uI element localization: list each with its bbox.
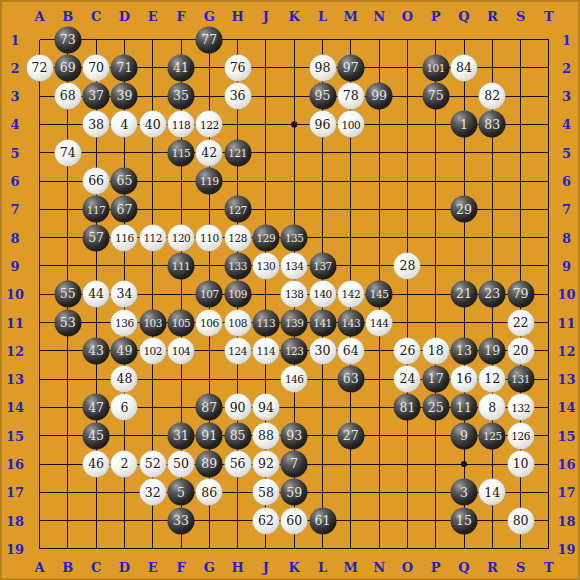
- stone-L18[interactable]: 61: [309, 507, 336, 534]
- stone-C15[interactable]: 45: [83, 422, 110, 449]
- move-number: 123: [285, 346, 304, 357]
- row-label-right-18: 18: [557, 514, 575, 527]
- stone-K10[interactable]: 138: [281, 281, 308, 308]
- move-number: 58: [258, 486, 274, 499]
- stone-M4[interactable]: 100: [337, 111, 364, 138]
- stone-A2[interactable]: 72: [26, 54, 53, 81]
- stone-C14[interactable]: 47: [83, 394, 110, 421]
- star-point-Q16: [461, 461, 467, 467]
- move-number: 78: [343, 90, 359, 103]
- stone-J11[interactable]: 113: [252, 309, 279, 336]
- row-label-right-1: 1: [562, 33, 571, 46]
- stone-Q15[interactable]: 9: [451, 422, 478, 449]
- stone-C16[interactable]: 46: [83, 451, 110, 478]
- stone-K9[interactable]: 134: [281, 252, 308, 279]
- move-number: 120: [172, 232, 191, 243]
- move-number: 108: [228, 317, 247, 328]
- stone-F12[interactable]: 104: [168, 337, 195, 364]
- stone-M2[interactable]: 97: [337, 54, 364, 81]
- move-number: 2: [120, 458, 128, 471]
- stone-D2[interactable]: 71: [111, 54, 138, 81]
- stone-R15[interactable]: 125: [479, 422, 506, 449]
- move-number: 88: [258, 429, 274, 442]
- move-number: 33: [173, 514, 189, 527]
- stone-F2[interactable]: 41: [168, 54, 195, 81]
- stone-Q18[interactable]: 15: [451, 507, 478, 534]
- stone-R10[interactable]: 23: [479, 281, 506, 308]
- move-number: 49: [116, 345, 132, 358]
- move-number: 18: [428, 345, 444, 358]
- stone-H15[interactable]: 85: [224, 422, 251, 449]
- move-number: 118: [172, 119, 191, 130]
- stone-H9[interactable]: 133: [224, 252, 251, 279]
- row-label-left-4: 4: [10, 118, 19, 131]
- row-label-left-9: 9: [10, 259, 19, 272]
- col-label-bottom-S: S: [516, 561, 525, 574]
- move-number: 27: [343, 429, 359, 442]
- move-number: 131: [511, 374, 530, 385]
- row-label-left-7: 7: [10, 203, 19, 216]
- move-number: 101: [426, 63, 445, 74]
- move-number: 53: [60, 316, 76, 329]
- row-label-left-15: 15: [6, 429, 24, 442]
- stone-E8[interactable]: 112: [139, 224, 166, 251]
- col-label-bottom-F: F: [176, 561, 185, 574]
- move-number: 76: [230, 62, 246, 75]
- stone-J17[interactable]: 58: [252, 479, 279, 506]
- stone-C12[interactable]: 43: [83, 337, 110, 364]
- stone-L10[interactable]: 140: [309, 281, 336, 308]
- move-number: 138: [285, 289, 304, 300]
- move-number: 115: [172, 147, 191, 158]
- move-number: 110: [200, 232, 219, 243]
- stone-H14[interactable]: 90: [224, 394, 251, 421]
- move-number: 119: [200, 176, 219, 187]
- move-number: 6: [120, 401, 128, 414]
- stone-F8[interactable]: 120: [168, 224, 195, 251]
- move-number: 91: [201, 429, 217, 442]
- row-label-right-6: 6: [562, 175, 571, 188]
- move-number: 13: [456, 345, 472, 358]
- stone-G8[interactable]: 110: [196, 224, 223, 251]
- stone-S15[interactable]: 126: [507, 422, 534, 449]
- col-label-bottom-T: T: [544, 561, 554, 574]
- move-number: 25: [428, 401, 444, 414]
- row-label-left-2: 2: [10, 61, 19, 74]
- stone-F9[interactable]: 111: [168, 252, 195, 279]
- move-number: 82: [484, 90, 500, 103]
- stone-H16[interactable]: 56: [224, 451, 251, 478]
- stone-K11[interactable]: 139: [281, 309, 308, 336]
- col-label-bottom-G: G: [204, 561, 215, 574]
- stone-K17[interactable]: 59: [281, 479, 308, 506]
- stone-L9[interactable]: 137: [309, 252, 336, 279]
- col-label-bottom-P: P: [431, 561, 441, 574]
- stone-M3[interactable]: 78: [337, 83, 364, 110]
- col-label-bottom-J: J: [263, 561, 269, 574]
- col-label-top-O: O: [402, 10, 413, 23]
- move-number: 24: [399, 373, 415, 386]
- stone-Q14[interactable]: 11: [451, 394, 478, 421]
- stone-P13[interactable]: 17: [422, 366, 449, 393]
- stone-S16[interactable]: 10: [507, 451, 534, 478]
- stone-H8[interactable]: 128: [224, 224, 251, 251]
- row-label-left-3: 3: [10, 90, 19, 103]
- move-number: 42: [201, 146, 217, 159]
- move-number: 94: [258, 401, 274, 414]
- move-number: 71: [116, 62, 132, 75]
- stone-E12[interactable]: 102: [139, 337, 166, 364]
- stone-F16[interactable]: 50: [168, 451, 195, 478]
- stone-E11[interactable]: 103: [139, 309, 166, 336]
- stone-L11[interactable]: 141: [309, 309, 336, 336]
- move-number: 30: [315, 345, 331, 358]
- stone-L2[interactable]: 98: [309, 54, 336, 81]
- stone-F3[interactable]: 35: [168, 83, 195, 110]
- stone-S10[interactable]: 79: [507, 281, 534, 308]
- stone-B1[interactable]: 73: [54, 26, 81, 53]
- move-number: 87: [201, 401, 217, 414]
- move-number: 44: [88, 288, 104, 301]
- stone-D14[interactable]: 6: [111, 394, 138, 421]
- stone-O14[interactable]: 81: [394, 394, 421, 421]
- stone-G15[interactable]: 91: [196, 422, 223, 449]
- stone-R14[interactable]: 8: [479, 394, 506, 421]
- stone-B10[interactable]: 55: [54, 281, 81, 308]
- stone-M10[interactable]: 142: [337, 281, 364, 308]
- stone-G10[interactable]: 107: [196, 281, 223, 308]
- move-number: 36: [230, 90, 246, 103]
- move-number: 116: [115, 232, 134, 243]
- move-number: 32: [145, 486, 161, 499]
- move-number: 37: [88, 90, 104, 103]
- stone-E4[interactable]: 40: [139, 111, 166, 138]
- stone-P12[interactable]: 18: [422, 337, 449, 364]
- move-number: 16: [456, 373, 472, 386]
- move-number: 50: [173, 458, 189, 471]
- move-number: 70: [88, 62, 104, 75]
- move-number: 125: [483, 430, 502, 441]
- row-label-right-2: 2: [562, 61, 571, 74]
- move-number: 55: [60, 288, 76, 301]
- col-label-top-D: D: [119, 10, 130, 23]
- stone-F4[interactable]: 118: [168, 111, 195, 138]
- stone-N3[interactable]: 99: [366, 83, 393, 110]
- move-number: 52: [145, 458, 161, 471]
- stone-S11[interactable]: 22: [507, 309, 534, 336]
- stone-P14[interactable]: 25: [422, 394, 449, 421]
- col-label-bottom-A: A: [34, 561, 44, 574]
- stone-D11[interactable]: 136: [111, 309, 138, 336]
- move-number: 134: [285, 261, 304, 272]
- move-number: 111: [172, 261, 191, 272]
- stone-H7[interactable]: 127: [224, 196, 251, 223]
- move-number: 90: [230, 401, 246, 414]
- stone-B2[interactable]: 69: [54, 54, 81, 81]
- col-label-bottom-M: M: [344, 561, 358, 574]
- move-number: 130: [257, 261, 276, 272]
- row-label-right-19: 19: [557, 542, 575, 555]
- stone-C8[interactable]: 57: [83, 224, 110, 251]
- stone-G6[interactable]: 119: [196, 168, 223, 195]
- move-number: 77: [201, 33, 217, 46]
- col-label-bottom-B: B: [62, 561, 73, 574]
- stone-O13[interactable]: 24: [394, 366, 421, 393]
- move-number: 66: [88, 175, 104, 188]
- move-number: 63: [343, 373, 359, 386]
- row-label-left-18: 18: [6, 514, 24, 527]
- move-number: 97: [343, 62, 359, 75]
- move-number: 17: [428, 373, 444, 386]
- stone-R3[interactable]: 82: [479, 83, 506, 110]
- col-label-top-K: K: [289, 10, 300, 23]
- move-number: 139: [285, 317, 304, 328]
- move-number: 112: [143, 232, 162, 243]
- stone-Q13[interactable]: 16: [451, 366, 478, 393]
- stone-O12[interactable]: 26: [394, 337, 421, 364]
- row-label-right-8: 8: [562, 231, 571, 244]
- stone-J9[interactable]: 130: [252, 252, 279, 279]
- row-label-right-3: 3: [562, 90, 571, 103]
- move-number: 38: [88, 118, 104, 131]
- stone-D10[interactable]: 34: [111, 281, 138, 308]
- col-label-top-R: R: [487, 10, 498, 23]
- move-number: 145: [370, 289, 389, 300]
- stone-M12[interactable]: 64: [337, 337, 364, 364]
- move-number: 85: [230, 429, 246, 442]
- move-number: 114: [257, 346, 276, 357]
- stone-Q2[interactable]: 84: [451, 54, 478, 81]
- stone-F5[interactable]: 115: [168, 139, 195, 166]
- move-number: 3: [460, 486, 468, 499]
- move-number: 129: [257, 232, 276, 243]
- stone-B11[interactable]: 53: [54, 309, 81, 336]
- stone-C10[interactable]: 44: [83, 281, 110, 308]
- stone-R13[interactable]: 12: [479, 366, 506, 393]
- move-number: 141: [313, 317, 332, 328]
- stone-G17[interactable]: 86: [196, 479, 223, 506]
- row-label-right-15: 15: [557, 429, 575, 442]
- move-number: 142: [342, 289, 361, 300]
- move-number: 19: [484, 345, 500, 358]
- move-number: 56: [230, 458, 246, 471]
- stone-B5[interactable]: 74: [54, 139, 81, 166]
- stone-J16[interactable]: 92: [252, 451, 279, 478]
- stone-K8[interactable]: 135: [281, 224, 308, 251]
- move-number: 48: [116, 373, 132, 386]
- stone-Q7[interactable]: 29: [451, 196, 478, 223]
- move-number: 64: [343, 345, 359, 358]
- stone-L12[interactable]: 30: [309, 337, 336, 364]
- stone-C2[interactable]: 70: [83, 54, 110, 81]
- move-number: 105: [172, 317, 191, 328]
- move-number: 59: [286, 486, 302, 499]
- stone-H12[interactable]: 124: [224, 337, 251, 364]
- move-number: 124: [228, 346, 247, 357]
- col-label-top-P: P: [431, 10, 441, 23]
- stone-S13[interactable]: 131: [507, 366, 534, 393]
- move-number: 45: [88, 429, 104, 442]
- stone-G1[interactable]: 77: [196, 26, 223, 53]
- move-number: 11: [456, 401, 472, 414]
- stone-M11[interactable]: 143: [337, 309, 364, 336]
- row-label-right-7: 7: [562, 203, 571, 216]
- move-number: 10: [513, 458, 529, 471]
- stone-J14[interactable]: 94: [252, 394, 279, 421]
- move-number: 20: [513, 345, 529, 358]
- stone-P3[interactable]: 75: [422, 83, 449, 110]
- stone-F17[interactable]: 5: [168, 479, 195, 506]
- stone-C4[interactable]: 38: [83, 111, 110, 138]
- stone-E17[interactable]: 32: [139, 479, 166, 506]
- stone-B3[interactable]: 68: [54, 83, 81, 110]
- col-label-top-M: M: [344, 10, 358, 23]
- stone-K13[interactable]: 146: [281, 366, 308, 393]
- stone-E16[interactable]: 52: [139, 451, 166, 478]
- move-number: 74: [60, 146, 76, 159]
- stone-Q10[interactable]: 21: [451, 281, 478, 308]
- col-label-bottom-L: L: [318, 561, 327, 574]
- move-number: 1: [460, 118, 468, 131]
- move-number: 46: [88, 458, 104, 471]
- stone-G4[interactable]: 122: [196, 111, 223, 138]
- move-number: 140: [313, 289, 332, 300]
- go-board-diagram: AABBCCDDEEFFGGHHJJKKLLMMNNOOPPQQRRSSTT11…: [0, 0, 580, 580]
- star-point-K4: [291, 121, 297, 127]
- move-number: 75: [428, 90, 444, 103]
- move-number: 5: [177, 486, 185, 499]
- stone-K12[interactable]: 123: [281, 337, 308, 364]
- move-number: 15: [456, 514, 472, 527]
- stone-F15[interactable]: 31: [168, 422, 195, 449]
- stone-L4[interactable]: 96: [309, 111, 336, 138]
- stone-H2[interactable]: 76: [224, 54, 251, 81]
- stone-D8[interactable]: 116: [111, 224, 138, 251]
- stone-Q4[interactable]: 1: [451, 111, 478, 138]
- move-number: 12: [484, 373, 500, 386]
- stone-R4[interactable]: 83: [479, 111, 506, 138]
- stone-C3[interactable]: 37: [83, 83, 110, 110]
- stone-C7[interactable]: 117: [83, 196, 110, 223]
- move-number: 8: [488, 401, 496, 414]
- row-label-left-19: 19: [6, 542, 24, 555]
- stone-J8[interactable]: 129: [252, 224, 279, 251]
- stone-S12[interactable]: 20: [507, 337, 534, 364]
- move-number: 100: [342, 119, 361, 130]
- move-number: 80: [513, 514, 529, 527]
- stone-S18[interactable]: 80: [507, 507, 534, 534]
- stone-D4[interactable]: 4: [111, 111, 138, 138]
- stone-H11[interactable]: 108: [224, 309, 251, 336]
- stone-K16[interactable]: 7: [281, 451, 308, 478]
- stone-P2[interactable]: 101: [422, 54, 449, 81]
- move-number: 67: [116, 203, 132, 216]
- move-number: 109: [228, 289, 247, 300]
- move-number: 99: [371, 90, 387, 103]
- move-number: 65: [116, 175, 132, 188]
- move-number: 137: [313, 261, 332, 272]
- move-number: 86: [201, 486, 217, 499]
- stone-L3[interactable]: 95: [309, 83, 336, 110]
- move-number: 93: [286, 429, 302, 442]
- stone-S14[interactable]: 132: [507, 394, 534, 421]
- move-number: 104: [172, 346, 191, 357]
- stone-D13[interactable]: 48: [111, 366, 138, 393]
- stone-H3[interactable]: 36: [224, 83, 251, 110]
- stone-N11[interactable]: 144: [366, 309, 393, 336]
- stone-M15[interactable]: 27: [337, 422, 364, 449]
- col-label-top-A: A: [34, 10, 44, 23]
- stone-Q12[interactable]: 13: [451, 337, 478, 364]
- stone-F18[interactable]: 33: [168, 507, 195, 534]
- stone-R12[interactable]: 19: [479, 337, 506, 364]
- stone-G16[interactable]: 89: [196, 451, 223, 478]
- stone-H10[interactable]: 109: [224, 281, 251, 308]
- stone-J18[interactable]: 62: [252, 507, 279, 534]
- move-number: 136: [115, 317, 134, 328]
- stone-D3[interactable]: 39: [111, 83, 138, 110]
- move-number: 69: [60, 62, 76, 75]
- move-number: 106: [200, 317, 219, 328]
- move-number: 62: [258, 514, 274, 527]
- move-number: 26: [399, 345, 415, 358]
- move-number: 98: [315, 62, 331, 75]
- stone-O9[interactable]: 28: [394, 252, 421, 279]
- move-number: 34: [116, 288, 132, 301]
- move-number: 117: [87, 204, 106, 215]
- stone-C6[interactable]: 66: [83, 168, 110, 195]
- stone-F11[interactable]: 105: [168, 309, 195, 336]
- move-number: 121: [228, 147, 247, 158]
- row-label-right-5: 5: [562, 146, 571, 159]
- stone-J12[interactable]: 114: [252, 337, 279, 364]
- stone-D12[interactable]: 49: [111, 337, 138, 364]
- move-number: 92: [258, 458, 274, 471]
- move-number: 61: [315, 514, 331, 527]
- col-label-top-F: F: [176, 10, 185, 23]
- row-label-right-10: 10: [557, 288, 575, 301]
- stone-D7[interactable]: 67: [111, 196, 138, 223]
- stone-G5[interactable]: 42: [196, 139, 223, 166]
- row-label-right-12: 12: [557, 344, 575, 357]
- stone-J15[interactable]: 88: [252, 422, 279, 449]
- move-number: 57: [88, 231, 104, 244]
- stone-K15[interactable]: 93: [281, 422, 308, 449]
- row-label-left-12: 12: [6, 344, 24, 357]
- stone-D6[interactable]: 65: [111, 168, 138, 195]
- stone-M13[interactable]: 63: [337, 366, 364, 393]
- move-number: 72: [32, 62, 48, 75]
- col-label-top-J: J: [263, 10, 269, 23]
- stone-H5[interactable]: 121: [224, 139, 251, 166]
- move-number: 40: [145, 118, 161, 131]
- stone-G14[interactable]: 87: [196, 394, 223, 421]
- move-number: 83: [484, 118, 500, 131]
- stone-D16[interactable]: 2: [111, 451, 138, 478]
- move-number: 7: [290, 458, 298, 471]
- move-number: 4: [120, 118, 128, 131]
- stone-Q17[interactable]: 3: [451, 479, 478, 506]
- stone-G11[interactable]: 106: [196, 309, 223, 336]
- move-number: 95: [315, 90, 331, 103]
- row-label-left-13: 13: [6, 373, 24, 386]
- row-label-right-14: 14: [557, 401, 575, 414]
- stone-K18[interactable]: 60: [281, 507, 308, 534]
- move-number: 89: [201, 458, 217, 471]
- stone-R17[interactable]: 14: [479, 479, 506, 506]
- stone-N10[interactable]: 145: [366, 281, 393, 308]
- col-label-top-G: G: [204, 10, 215, 23]
